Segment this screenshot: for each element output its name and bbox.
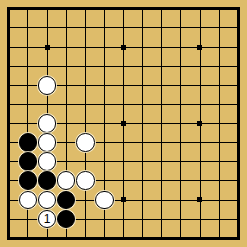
intersection-c6-r12[interactable] [114,229,133,247]
intersection-c9-r12[interactable] [171,229,190,247]
intersection-c9-r9[interactable] [171,171,190,190]
intersection-c11-r4[interactable] [209,76,228,95]
intersection-c6-r10[interactable] [114,190,133,209]
intersection-c7-r11[interactable] [133,209,152,228]
star-point [121,45,126,50]
intersection-c5-r12[interactable] [95,229,114,247]
intersection-c11-r6[interactable] [209,114,228,133]
intersection-c8-r11[interactable] [152,209,171,228]
intersection-c3-r6[interactable] [57,114,76,133]
intersection-c7-r0[interactable] [133,0,152,18]
intersection-c1-r7[interactable] [18,133,37,152]
star-point [197,45,202,50]
intersection-c4-r11[interactable] [76,209,95,228]
intersection-c5-r2[interactable] [95,37,114,56]
star-point [45,45,50,50]
intersection-c2-r4[interactable] [37,76,56,95]
intersection-c10-r5[interactable] [190,95,209,114]
intersection-c9-r10[interactable] [171,190,190,209]
intersection-c7-r9[interactable] [133,171,152,190]
black-stone [57,191,76,210]
intersection-c2-r8[interactable] [37,152,56,171]
intersection-c6-r9[interactable] [114,171,133,190]
intersection-c7-r7[interactable] [133,133,152,152]
intersection-c3-r3[interactable] [57,57,76,76]
intersection-c3-r12[interactable] [57,229,76,247]
black-stone [38,171,57,190]
intersection-c12-r11[interactable] [229,209,247,228]
intersection-c2-r3[interactable] [37,57,56,76]
intersection-c4-r7[interactable] [76,133,95,152]
intersection-c0-r2[interactable] [0,37,18,56]
intersection-c1-r4[interactable] [18,76,37,95]
intersection-c10-r4[interactable] [190,76,209,95]
intersection-c11-r9[interactable] [209,171,228,190]
go-board: 1 [0,0,247,247]
intersection-c6-r5[interactable] [114,95,133,114]
intersection-c0-r4[interactable] [0,76,18,95]
intersection-c2-r12[interactable] [37,229,56,247]
intersection-c6-r11[interactable] [114,209,133,228]
white-stone [57,171,76,190]
intersection-c12-r5[interactable] [229,95,247,114]
intersection-c9-r8[interactable] [171,152,190,171]
star-point [121,121,126,126]
intersection-c8-r9[interactable] [152,171,171,190]
intersection-c3-r5[interactable] [57,95,76,114]
intersection-c6-r7[interactable] [114,133,133,152]
black-stone [57,210,76,229]
intersection-c12-r12[interactable] [229,229,247,247]
black-stone [19,152,38,171]
intersection-c6-r0[interactable] [114,0,133,18]
intersection-c5-r9[interactable] [95,171,114,190]
intersection-c0-r11[interactable] [0,209,18,228]
move-number-label: 1 [44,213,51,225]
intersection-c8-r10[interactable] [152,190,171,209]
intersection-c10-r6[interactable] [190,114,209,133]
intersection-c4-r6[interactable] [76,114,95,133]
intersection-c0-r5[interactable] [0,95,18,114]
intersection-c9-r7[interactable] [171,133,190,152]
intersection-c5-r11[interactable] [95,209,114,228]
intersection-c3-r1[interactable] [57,18,76,37]
intersection-c11-r7[interactable] [209,133,228,152]
intersection-c7-r10[interactable] [133,190,152,209]
intersection-c3-r11[interactable] [57,209,76,228]
intersection-c4-r1[interactable] [76,18,95,37]
intersection-c3-r2[interactable] [57,37,76,56]
intersection-c1-r6[interactable] [18,114,37,133]
white-stone [38,114,57,133]
intersection-c9-r3[interactable] [171,57,190,76]
intersection-c2-r11[interactable]: 1 [37,209,56,228]
intersection-c11-r12[interactable] [209,229,228,247]
intersection-c2-r0[interactable] [37,0,56,18]
intersection-c8-r7[interactable] [152,133,171,152]
intersection-c8-r0[interactable] [152,0,171,18]
intersection-c5-r10[interactable] [95,190,114,209]
intersection-c10-r12[interactable] [190,229,209,247]
intersection-c0-r1[interactable] [0,18,18,37]
intersection-c5-r8[interactable] [95,152,114,171]
intersection-c1-r12[interactable] [18,229,37,247]
intersection-c9-r6[interactable] [171,114,190,133]
intersection-c7-r6[interactable] [133,114,152,133]
white-stone: 1 [38,210,57,229]
intersection-c4-r0[interactable] [76,0,95,18]
white-stone [38,133,57,152]
intersection-c12-r4[interactable] [229,76,247,95]
intersection-c2-r6[interactable] [37,114,56,133]
intersection-c12-r0[interactable] [229,0,247,18]
intersection-c1-r1[interactable] [18,18,37,37]
intersection-c6-r8[interactable] [114,152,133,171]
intersection-c5-r0[interactable] [95,0,114,18]
intersection-c1-r5[interactable] [18,95,37,114]
star-point [197,121,202,126]
intersection-c4-r8[interactable] [76,152,95,171]
intersection-c8-r6[interactable] [152,114,171,133]
intersection-c0-r6[interactable] [0,114,18,133]
intersection-c8-r8[interactable] [152,152,171,171]
intersection-c8-r1[interactable] [152,18,171,37]
intersection-c3-r4[interactable] [57,76,76,95]
intersection-c10-r2[interactable] [190,37,209,56]
intersection-c8-r12[interactable] [152,229,171,247]
intersection-c11-r5[interactable] [209,95,228,114]
white-stone [38,191,57,210]
intersection-c12-r3[interactable] [229,57,247,76]
intersection-c9-r5[interactable] [171,95,190,114]
intersection-c4-r3[interactable] [76,57,95,76]
intersection-c6-r6[interactable] [114,114,133,133]
intersection-c8-r4[interactable] [152,76,171,95]
intersection-c1-r10[interactable] [18,190,37,209]
intersection-c9-r4[interactable] [171,76,190,95]
intersection-c0-r8[interactable] [0,152,18,171]
intersection-c7-r4[interactable] [133,76,152,95]
intersection-c6-r3[interactable] [114,57,133,76]
intersection-c8-r2[interactable] [152,37,171,56]
intersection-c4-r10[interactable] [76,190,95,209]
intersection-c10-r0[interactable] [190,0,209,18]
white-stone [76,133,95,152]
intersections: 1 [0,0,247,247]
intersection-c3-r0[interactable] [57,0,76,18]
black-stone [19,171,38,190]
intersection-c0-r10[interactable] [0,190,18,209]
white-stone [76,171,95,190]
intersection-c0-r12[interactable] [0,229,18,247]
intersection-c10-r8[interactable] [190,152,209,171]
intersection-c12-r2[interactable] [229,37,247,56]
intersection-c4-r5[interactable] [76,95,95,114]
intersection-c5-r1[interactable] [95,18,114,37]
intersection-c5-r7[interactable] [95,133,114,152]
intersection-c5-r4[interactable] [95,76,114,95]
intersection-c4-r12[interactable] [76,229,95,247]
intersection-c0-r0[interactable] [0,0,18,18]
intersection-c0-r3[interactable] [0,57,18,76]
intersection-c6-r2[interactable] [114,37,133,56]
intersection-c2-r5[interactable] [37,95,56,114]
intersection-c10-r9[interactable] [190,171,209,190]
intersection-c10-r3[interactable] [190,57,209,76]
intersection-c11-r1[interactable] [209,18,228,37]
intersection-c1-r3[interactable] [18,57,37,76]
intersection-c11-r11[interactable] [209,209,228,228]
intersection-c12-r1[interactable] [229,18,247,37]
intersection-c11-r3[interactable] [209,57,228,76]
intersection-c1-r11[interactable] [18,209,37,228]
intersection-c7-r8[interactable] [133,152,152,171]
intersection-c9-r2[interactable] [171,37,190,56]
intersection-c11-r10[interactable] [209,190,228,209]
intersection-c5-r6[interactable] [95,114,114,133]
intersection-c12-r10[interactable] [229,190,247,209]
intersection-c2-r2[interactable] [37,37,56,56]
intersection-c2-r7[interactable] [37,133,56,152]
intersection-c1-r8[interactable] [18,152,37,171]
intersection-c3-r7[interactable] [57,133,76,152]
intersection-c12-r6[interactable] [229,114,247,133]
intersection-c10-r7[interactable] [190,133,209,152]
intersection-c10-r11[interactable] [190,209,209,228]
white-stone [19,191,38,210]
intersection-c8-r3[interactable] [152,57,171,76]
intersection-c12-r9[interactable] [229,171,247,190]
intersection-c4-r9[interactable] [76,171,95,190]
intersection-c7-r12[interactable] [133,229,152,247]
white-stone [38,76,57,95]
black-stone [19,133,38,152]
intersection-c6-r1[interactable] [114,18,133,37]
intersection-c9-r11[interactable] [171,209,190,228]
intersection-c7-r2[interactable] [133,37,152,56]
intersection-c4-r4[interactable] [76,76,95,95]
intersection-c9-r0[interactable] [171,0,190,18]
intersection-c7-r3[interactable] [133,57,152,76]
intersection-c6-r4[interactable] [114,76,133,95]
intersection-c12-r7[interactable] [229,133,247,152]
intersection-c3-r8[interactable] [57,152,76,171]
intersection-c0-r7[interactable] [0,133,18,152]
intersection-c3-r9[interactable] [57,171,76,190]
white-stone [38,152,57,171]
intersection-c11-r0[interactable] [209,0,228,18]
intersection-c2-r9[interactable] [37,171,56,190]
intersection-c7-r1[interactable] [133,18,152,37]
intersection-c12-r8[interactable] [229,152,247,171]
intersection-c9-r1[interactable] [171,18,190,37]
white-stone [95,191,114,210]
intersection-c11-r8[interactable] [209,152,228,171]
star-point [197,197,202,202]
intersection-c8-r5[interactable] [152,95,171,114]
intersection-c1-r0[interactable] [18,0,37,18]
intersection-c10-r1[interactable] [190,18,209,37]
intersection-c1-r9[interactable] [18,171,37,190]
intersection-c5-r5[interactable] [95,95,114,114]
intersection-c11-r2[interactable] [209,37,228,56]
intersection-c5-r3[interactable] [95,57,114,76]
intersection-c2-r1[interactable] [37,18,56,37]
star-point [121,197,126,202]
intersection-c1-r2[interactable] [18,37,37,56]
intersection-c10-r10[interactable] [190,190,209,209]
intersection-c3-r10[interactable] [57,190,76,209]
intersection-c0-r9[interactable] [0,171,18,190]
intersection-c4-r2[interactable] [76,37,95,56]
intersection-c7-r5[interactable] [133,95,152,114]
intersection-c2-r10[interactable] [37,190,56,209]
